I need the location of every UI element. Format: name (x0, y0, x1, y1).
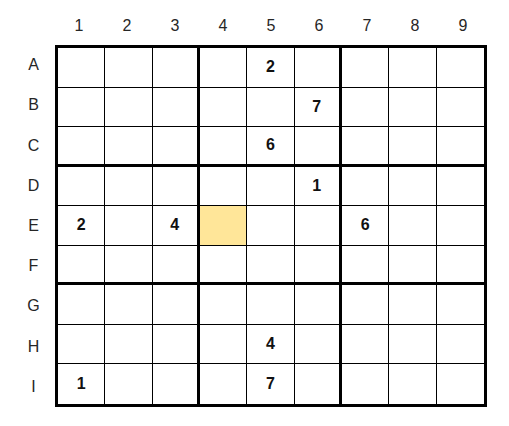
cell-H2[interactable] (105, 325, 152, 365)
row-label-B: B (12, 85, 55, 125)
cell-C4[interactable] (200, 127, 247, 167)
cell-A3[interactable] (153, 48, 200, 88)
cell-E5[interactable] (247, 206, 294, 246)
cell-A2[interactable] (105, 48, 152, 88)
cell-G7[interactable] (342, 285, 389, 325)
cell-I9[interactable] (437, 364, 484, 404)
cell-E1[interactable]: 2 (58, 206, 105, 246)
cell-B2[interactable] (105, 88, 152, 128)
cell-G2[interactable] (105, 285, 152, 325)
cell-E3[interactable]: 4 (153, 206, 200, 246)
cell-H3[interactable] (153, 325, 200, 365)
col-label-9: 9 (439, 0, 487, 45)
col-label-1: 1 (55, 0, 103, 45)
cell-H4[interactable] (200, 325, 247, 365)
cell-G4[interactable] (200, 285, 247, 325)
cell-G3[interactable] (153, 285, 200, 325)
cell-F1[interactable] (58, 246, 105, 286)
row-label-F: F (12, 246, 55, 286)
cell-I5[interactable]: 7 (247, 364, 294, 404)
cell-C8[interactable] (389, 127, 436, 167)
cell-E8[interactable] (389, 206, 436, 246)
row-label-G: G (12, 286, 55, 326)
col-label-4: 4 (199, 0, 247, 45)
cell-B7[interactable] (342, 88, 389, 128)
column-labels: 123456789 (55, 0, 487, 45)
cell-B6[interactable]: 7 (295, 88, 342, 128)
cell-I4[interactable] (200, 364, 247, 404)
cell-D6[interactable]: 1 (295, 167, 342, 207)
row-label-A: A (12, 45, 55, 85)
col-label-8: 8 (391, 0, 439, 45)
col-label-6: 6 (295, 0, 343, 45)
cell-I2[interactable] (105, 364, 152, 404)
cell-H9[interactable] (437, 325, 484, 365)
cell-D3[interactable] (153, 167, 200, 207)
cell-A6[interactable] (295, 48, 342, 88)
cell-D5[interactable] (247, 167, 294, 207)
row-label-D: D (12, 166, 55, 206)
cell-A1[interactable] (58, 48, 105, 88)
cell-D8[interactable] (389, 167, 436, 207)
cell-B9[interactable] (437, 88, 484, 128)
sudoku-app: 123456789 ABCDEFGHI 2761246417 (0, 0, 509, 426)
cell-C1[interactable] (58, 127, 105, 167)
cell-F2[interactable] (105, 246, 152, 286)
cell-F4[interactable] (200, 246, 247, 286)
cell-H6[interactable] (295, 325, 342, 365)
cell-H5[interactable]: 4 (247, 325, 294, 365)
cell-E7[interactable]: 6 (342, 206, 389, 246)
cell-F5[interactable] (247, 246, 294, 286)
cell-G6[interactable] (295, 285, 342, 325)
cell-D4[interactable] (200, 167, 247, 207)
row-label-E: E (12, 206, 55, 246)
cell-G5[interactable] (247, 285, 294, 325)
cell-C9[interactable] (437, 127, 484, 167)
cell-G1[interactable] (58, 285, 105, 325)
cell-A8[interactable] (389, 48, 436, 88)
cell-I6[interactable] (295, 364, 342, 404)
cell-A5[interactable]: 2 (247, 48, 294, 88)
cell-F9[interactable] (437, 246, 484, 286)
cell-H8[interactable] (389, 325, 436, 365)
cell-F7[interactable] (342, 246, 389, 286)
cell-E2[interactable] (105, 206, 152, 246)
cell-E4[interactable] (200, 206, 247, 246)
cell-B8[interactable] (389, 88, 436, 128)
cell-C3[interactable] (153, 127, 200, 167)
cell-C2[interactable] (105, 127, 152, 167)
cell-I8[interactable] (389, 364, 436, 404)
cell-I3[interactable] (153, 364, 200, 404)
cell-C6[interactable] (295, 127, 342, 167)
cell-G9[interactable] (437, 285, 484, 325)
cell-C7[interactable] (342, 127, 389, 167)
cell-G8[interactable] (389, 285, 436, 325)
cell-H1[interactable] (58, 325, 105, 365)
cell-I7[interactable] (342, 364, 389, 404)
row-label-I: I (12, 367, 55, 407)
cell-A7[interactable] (342, 48, 389, 88)
cell-D9[interactable] (437, 167, 484, 207)
row-labels: ABCDEFGHI (12, 45, 55, 407)
cell-B4[interactable] (200, 88, 247, 128)
cell-F3[interactable] (153, 246, 200, 286)
cell-B1[interactable] (58, 88, 105, 128)
cell-D2[interactable] (105, 167, 152, 207)
sudoku-board: 2761246417 (55, 45, 487, 407)
cell-A4[interactable] (200, 48, 247, 88)
cell-I1[interactable]: 1 (58, 364, 105, 404)
cell-E6[interactable] (295, 206, 342, 246)
cell-B3[interactable] (153, 88, 200, 128)
col-label-5: 5 (247, 0, 295, 45)
cell-A9[interactable] (437, 48, 484, 88)
cell-D1[interactable] (58, 167, 105, 207)
row-label-C: C (12, 125, 55, 165)
cell-D7[interactable] (342, 167, 389, 207)
cell-H7[interactable] (342, 325, 389, 365)
cell-B5[interactable] (247, 88, 294, 128)
col-label-2: 2 (103, 0, 151, 45)
cell-F8[interactable] (389, 246, 436, 286)
cell-C5[interactable]: 6 (247, 127, 294, 167)
col-label-7: 7 (343, 0, 391, 45)
row-label-H: H (12, 327, 55, 367)
cell-F6[interactable] (295, 246, 342, 286)
col-label-3: 3 (151, 0, 199, 45)
cell-E9[interactable] (437, 206, 484, 246)
